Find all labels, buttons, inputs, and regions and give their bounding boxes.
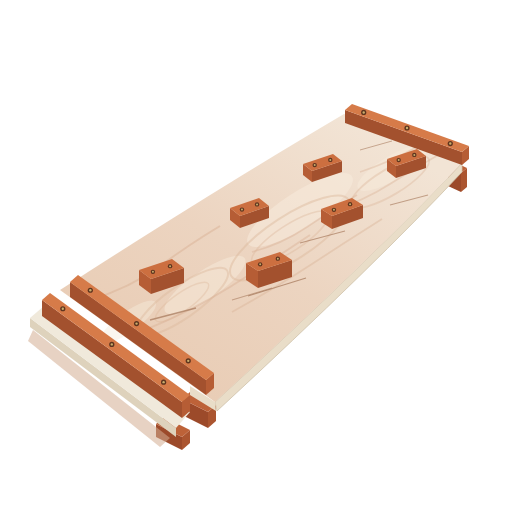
near-top-rail-screw-head-1 — [89, 289, 91, 291]
hook-lip-rail-screw-head-2 — [111, 343, 113, 345]
product-render-canvas — [0, 0, 510, 510]
block-6-screw-head-1 — [259, 263, 261, 265]
block-5-screw-head-1 — [152, 271, 154, 273]
block-4-screw-head-1 — [333, 209, 335, 211]
hook-lip-rail-screw-head-3 — [162, 381, 164, 383]
near-top-rail-screw-head-2 — [135, 322, 137, 324]
block-3-screw-head-2 — [256, 203, 258, 205]
far-end-rail-screw-head-1 — [363, 111, 365, 113]
scene-svg — [0, 0, 510, 510]
block-6-screw-head-2 — [277, 258, 279, 260]
block-1-screw-head-1 — [314, 164, 316, 166]
block-4-screw-head-2 — [349, 203, 351, 205]
near-top-rail-screw-head-3 — [187, 360, 189, 362]
block-1-screw-head-2 — [329, 159, 331, 161]
block-2-screw-head-2 — [413, 154, 415, 156]
far-end-rail-screw-head-2 — [406, 127, 408, 129]
block-3-screw-head-1 — [241, 209, 243, 211]
far-end-rail-screw-head-3 — [449, 142, 451, 144]
block-2-screw-head-1 — [398, 159, 400, 161]
block-5-screw-head-2 — [169, 265, 171, 267]
hook-lip-rail-screw-head-1 — [62, 308, 64, 310]
